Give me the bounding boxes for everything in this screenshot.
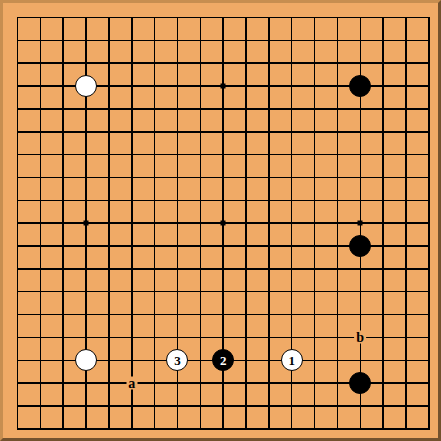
- white-stone-N4: 1: [281, 349, 303, 371]
- grid-line-vertical: [382, 17, 384, 430]
- white-stone-D4: [75, 349, 97, 371]
- point-label-a: a: [126, 377, 137, 390]
- grid-line-horizontal: [17, 405, 430, 407]
- grid-line-vertical: [245, 17, 247, 430]
- grid-line-vertical: [337, 17, 339, 430]
- hoshi-point: [221, 84, 226, 89]
- point-label-b: b: [354, 331, 366, 344]
- black-stone-Q3: [349, 372, 371, 394]
- hoshi-point: [358, 221, 363, 226]
- black-stone-Q9: [349, 235, 371, 257]
- black-stone-K4: 2: [212, 349, 234, 371]
- black-stone-Q16: [349, 75, 371, 97]
- go-board: 321 ab: [0, 0, 441, 441]
- grid-line-vertical: [268, 17, 270, 430]
- grid-line-horizontal: [17, 268, 430, 270]
- move-number-label: 1: [288, 354, 295, 367]
- move-number-label: 3: [174, 354, 181, 367]
- hoshi-point: [221, 221, 226, 226]
- white-stone-H4: 3: [166, 349, 188, 371]
- grid-line-vertical: [428, 17, 430, 430]
- move-number-label: 2: [220, 354, 227, 367]
- hoshi-point: [84, 221, 89, 226]
- white-stone-D16: [75, 75, 97, 97]
- grid-line-horizontal: [17, 291, 430, 293]
- grid-line-horizontal: [17, 337, 430, 339]
- grid-line-vertical: [405, 17, 407, 430]
- grid-line-horizontal: [17, 314, 430, 316]
- grid-line-vertical: [314, 17, 316, 430]
- grid-line-horizontal: [17, 428, 430, 430]
